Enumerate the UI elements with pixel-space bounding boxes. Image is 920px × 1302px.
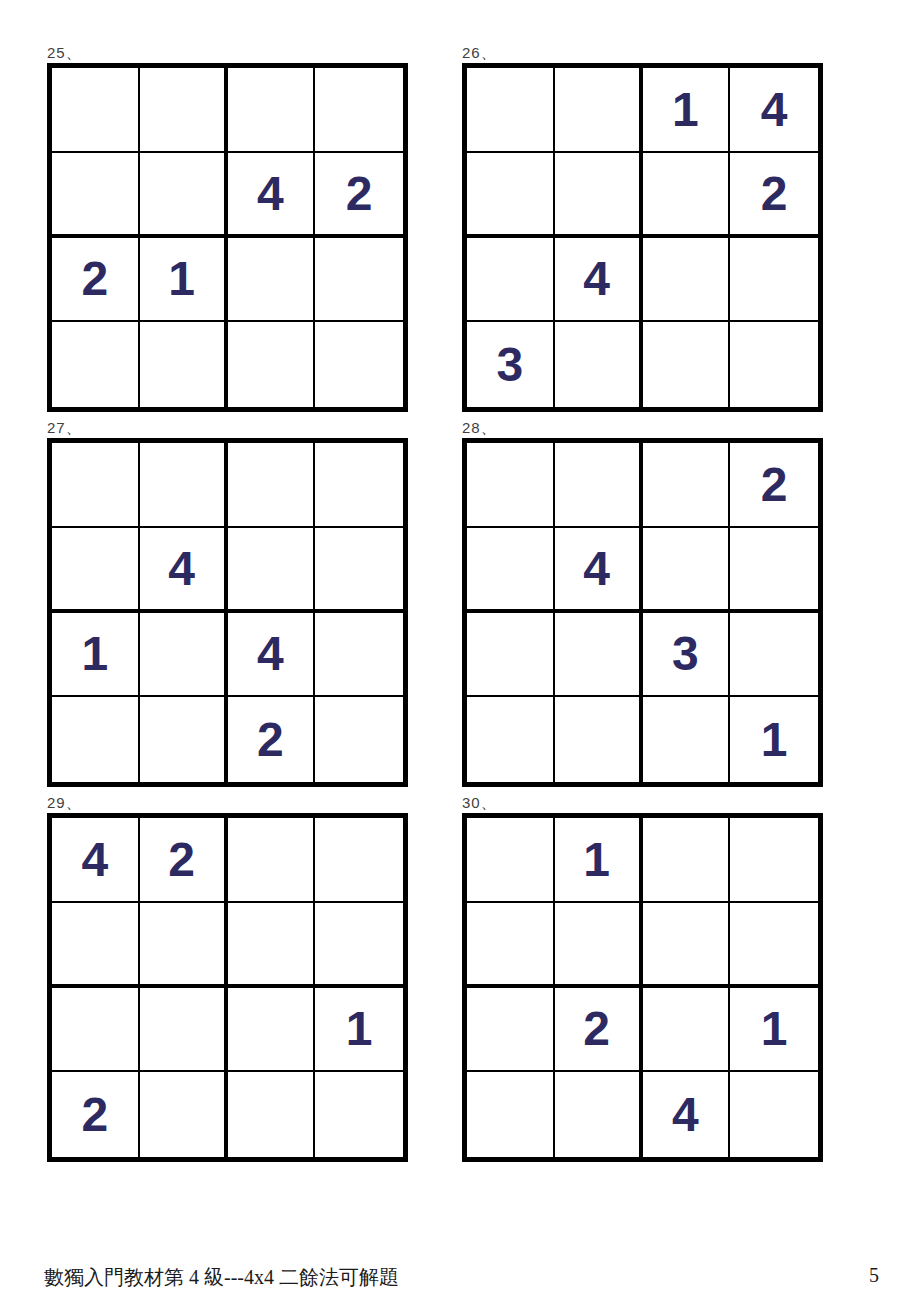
puzzle-28-cell-r4c3 — [643, 697, 731, 782]
puzzle-30-cell-r1c3 — [643, 818, 731, 903]
puzzle-30-cell-r2c3 — [643, 903, 731, 988]
puzzle-25-cell-r2c4: 2 — [315, 153, 403, 238]
sudoku-board-27: 4142 — [47, 438, 408, 787]
puzzle-26-cell-r4c1: 3 — [467, 322, 555, 407]
puzzle-25-cell-r3c1: 2 — [52, 238, 140, 323]
puzzle-27-cell-r3c2 — [140, 613, 228, 698]
puzzle-30-cell-r2c2 — [555, 903, 643, 988]
puzzle-29-cell-r4c2 — [140, 1072, 228, 1157]
footer-title: 數獨入門教材第 4 級---4x4 二餘法可解題 — [44, 1264, 399, 1291]
puzzle-28-cell-r4c4: 1 — [730, 697, 818, 782]
puzzle-30-cell-r2c4 — [730, 903, 818, 988]
sudoku-board-26: 14243 — [462, 63, 823, 412]
puzzle-28-cell-r4c1 — [467, 697, 555, 782]
sudoku-board-30: 1214 — [462, 813, 823, 1162]
puzzle-26-cell-r3c3 — [643, 238, 731, 323]
puzzle-28-cell-r3c3: 3 — [643, 613, 731, 698]
puzzle-25: 25、 4221 — [47, 44, 408, 412]
puzzle-30-cell-r1c1 — [467, 818, 555, 903]
puzzle-26-cell-r2c4: 2 — [730, 153, 818, 238]
puzzle-25-cell-r2c2 — [140, 153, 228, 238]
puzzle-25-cell-r3c3 — [228, 238, 316, 323]
puzzle-29-cell-r1c4 — [315, 818, 403, 903]
puzzle-30-cell-r1c4 — [730, 818, 818, 903]
puzzle-29-cell-r3c1 — [52, 988, 140, 1073]
puzzle-26-cell-r1c2 — [555, 68, 643, 153]
puzzle-30-cell-r2c1 — [467, 903, 555, 988]
puzzle-28-cell-r2c2: 4 — [555, 528, 643, 613]
puzzle-29-cell-r2c3 — [228, 903, 316, 988]
puzzle-28-cell-r3c4 — [730, 613, 818, 698]
puzzle-26-cell-r1c3: 1 — [643, 68, 731, 153]
puzzle-30-cell-r3c2: 2 — [555, 988, 643, 1073]
puzzle-29-cell-r1c1: 4 — [52, 818, 140, 903]
sudoku-board-29: 4212 — [47, 813, 408, 1162]
puzzle-27-cell-r2c2: 4 — [140, 528, 228, 613]
puzzle-30-cell-r4c1 — [467, 1072, 555, 1157]
puzzle-28-cell-r2c4 — [730, 528, 818, 613]
puzzle-29-cell-r4c4 — [315, 1072, 403, 1157]
puzzle-26-cell-r2c2 — [555, 153, 643, 238]
puzzle-27: 27、 4142 — [47, 419, 408, 787]
puzzle-30: 30、 1214 — [462, 794, 823, 1162]
puzzle-26-label: 26、 — [462, 44, 823, 61]
puzzle-25-cell-r1c3 — [228, 68, 316, 153]
puzzle-29-cell-r4c1: 2 — [52, 1072, 140, 1157]
puzzle-29-cell-r1c2: 2 — [140, 818, 228, 903]
puzzle-27-cell-r3c3: 4 — [228, 613, 316, 698]
footer-page-number: 5 — [869, 1264, 879, 1287]
puzzle-30-cell-r3c1 — [467, 988, 555, 1073]
puzzle-26: 26、 14243 — [462, 44, 823, 412]
puzzle-27-cell-r4c2 — [140, 697, 228, 782]
puzzle-29-label: 29、 — [47, 794, 408, 811]
puzzle-29: 29、 4212 — [47, 794, 408, 1162]
puzzle-27-cell-r3c4 — [315, 613, 403, 698]
sudoku-board-25: 4221 — [47, 63, 408, 412]
puzzle-26-cell-r3c4 — [730, 238, 818, 323]
puzzle-27-cell-r4c3: 2 — [228, 697, 316, 782]
puzzle-28-cell-r3c2 — [555, 613, 643, 698]
puzzle-28-cell-r1c3 — [643, 443, 731, 528]
puzzle-25-cell-r1c2 — [140, 68, 228, 153]
puzzle-26-cell-r3c1 — [467, 238, 555, 323]
puzzle-27-cell-r4c1 — [52, 697, 140, 782]
puzzle-28-cell-r4c2 — [555, 697, 643, 782]
puzzle-29-cell-r3c4: 1 — [315, 988, 403, 1073]
puzzle-28-label: 28、 — [462, 419, 823, 436]
puzzle-26-cell-r4c2 — [555, 322, 643, 407]
puzzle-25-cell-r2c1 — [52, 153, 140, 238]
puzzle-26-cell-r4c3 — [643, 322, 731, 407]
puzzle-27-cell-r1c3 — [228, 443, 316, 528]
puzzle-30-cell-r4c3: 4 — [643, 1072, 731, 1157]
puzzle-26-cell-r1c1 — [467, 68, 555, 153]
puzzle-25-cell-r1c4 — [315, 68, 403, 153]
puzzle-30-cell-r3c4: 1 — [730, 988, 818, 1073]
puzzle-25-cell-r3c4 — [315, 238, 403, 323]
puzzle-28-cell-r2c3 — [643, 528, 731, 613]
puzzle-29-cell-r2c1 — [52, 903, 140, 988]
puzzle-25-cell-r4c1 — [52, 322, 140, 407]
puzzle-29-cell-r4c3 — [228, 1072, 316, 1157]
puzzle-28-cell-r2c1 — [467, 528, 555, 613]
puzzle-27-cell-r3c1: 1 — [52, 613, 140, 698]
puzzle-25-cell-r4c4 — [315, 322, 403, 407]
puzzle-29-cell-r2c2 — [140, 903, 228, 988]
puzzle-28-cell-r1c1 — [467, 443, 555, 528]
puzzle-25-cell-r1c1 — [52, 68, 140, 153]
puzzle-25-cell-r4c3 — [228, 322, 316, 407]
puzzle-30-cell-r3c3 — [643, 988, 731, 1073]
puzzle-28: 28、 2431 — [462, 419, 823, 787]
puzzle-27-cell-r2c1 — [52, 528, 140, 613]
puzzle-29-cell-r2c4 — [315, 903, 403, 988]
puzzle-26-cell-r4c4 — [730, 322, 818, 407]
puzzle-30-cell-r1c2: 1 — [555, 818, 643, 903]
puzzle-30-label: 30、 — [462, 794, 823, 811]
puzzle-25-cell-r2c3: 4 — [228, 153, 316, 238]
puzzle-27-cell-r1c1 — [52, 443, 140, 528]
puzzle-25-label: 25、 — [47, 44, 408, 61]
puzzle-27-cell-r1c4 — [315, 443, 403, 528]
puzzle-28-cell-r1c4: 2 — [730, 443, 818, 528]
puzzle-28-cell-r3c1 — [467, 613, 555, 698]
puzzle-28-cell-r1c2 — [555, 443, 643, 528]
puzzle-27-cell-r4c4 — [315, 697, 403, 782]
puzzle-26-cell-r1c4: 4 — [730, 68, 818, 153]
puzzle-30-cell-r4c4 — [730, 1072, 818, 1157]
puzzle-29-cell-r3c3 — [228, 988, 316, 1073]
puzzle-25-cell-r3c2: 1 — [140, 238, 228, 323]
puzzle-27-label: 27、 — [47, 419, 408, 436]
puzzle-29-cell-r3c2 — [140, 988, 228, 1073]
puzzle-27-cell-r2c3 — [228, 528, 316, 613]
sudoku-board-28: 2431 — [462, 438, 823, 787]
puzzle-27-cell-r1c2 — [140, 443, 228, 528]
puzzle-26-cell-r3c2: 4 — [555, 238, 643, 323]
puzzle-29-cell-r1c3 — [228, 818, 316, 903]
puzzle-26-cell-r2c1 — [467, 153, 555, 238]
puzzle-27-cell-r2c4 — [315, 528, 403, 613]
puzzle-26-cell-r2c3 — [643, 153, 731, 238]
sudoku-worksheet-page: { "game": "sudoku-4x4", "position": { "p… — [0, 0, 920, 1302]
puzzle-30-cell-r4c2 — [555, 1072, 643, 1157]
puzzle-25-cell-r4c2 — [140, 322, 228, 407]
